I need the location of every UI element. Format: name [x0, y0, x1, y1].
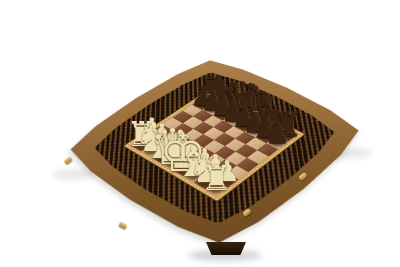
- wooden-foot: [206, 242, 246, 255]
- piece-black-pawn[interactable]: ♟: [251, 120, 303, 148]
- brass-clasp-icon: [118, 221, 127, 229]
- chess-set-photo: ♜♞♝♛♚♝♞♜♟♟♟♟♟♟♟♟♟♟♟♟♟♟♟♟♜♞♝♛♚♝♞♜: [0, 0, 400, 267]
- piece-white-rook[interactable]: ♜: [190, 161, 242, 196]
